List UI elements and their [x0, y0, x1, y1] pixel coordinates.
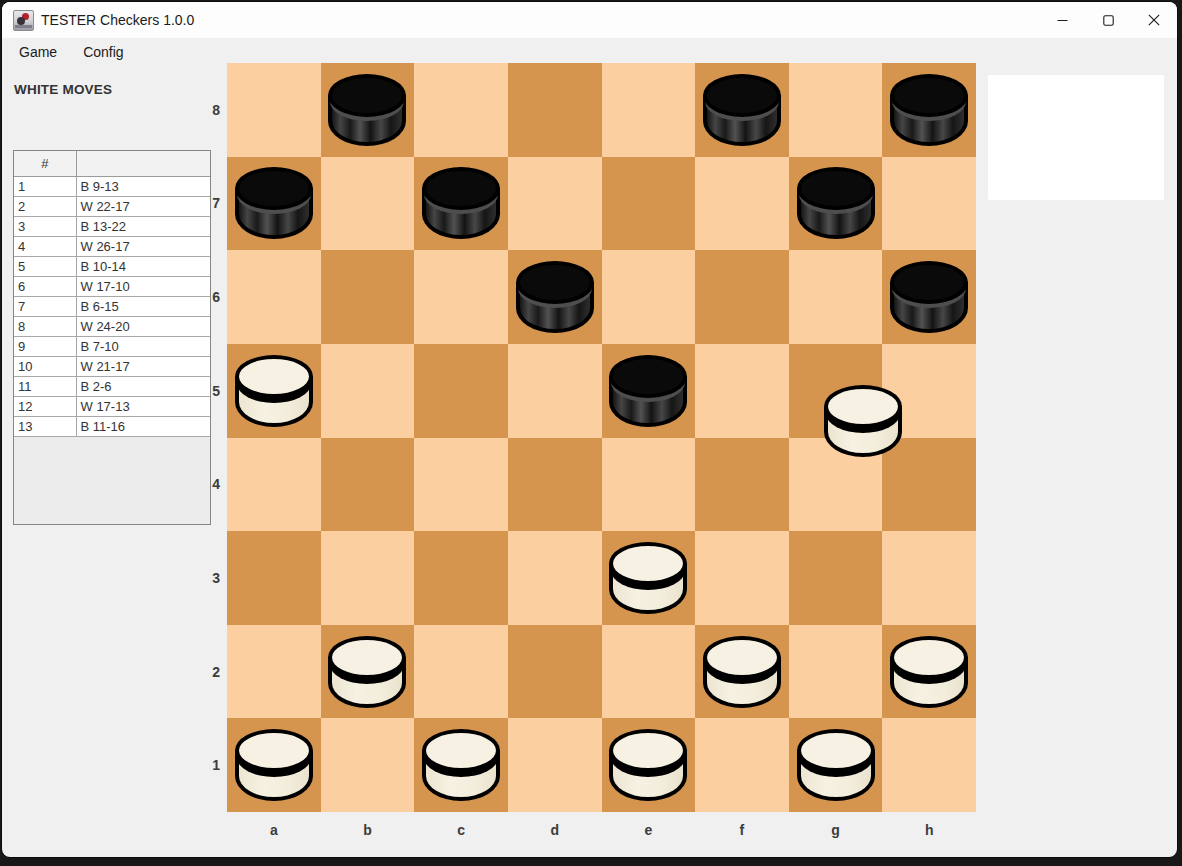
square-f3[interactable] [695, 531, 789, 625]
black-checker-d6[interactable] [516, 261, 594, 333]
menu-item-config[interactable]: Config [70, 41, 136, 63]
move-number-cell: 9 [14, 337, 76, 357]
square-g2[interactable] [789, 625, 883, 719]
move-text-header [76, 151, 210, 177]
close-button[interactable] [1131, 2, 1177, 38]
square-e7[interactable] [602, 157, 696, 251]
square-g6[interactable] [789, 250, 883, 344]
white-checker-e1[interactable] [609, 729, 687, 801]
black-checker-e5[interactable] [609, 355, 687, 427]
square-g8[interactable] [789, 63, 883, 157]
square-g5[interactable] [789, 344, 883, 438]
checkers-board [227, 63, 976, 812]
square-h8[interactable] [882, 63, 976, 157]
rank-label-3: 3 [198, 531, 222, 625]
checker-top [797, 729, 875, 772]
file-label-h: h [882, 814, 976, 846]
move-number-cell: 10 [14, 357, 76, 377]
white-checker-g5[interactable] [824, 385, 902, 457]
square-d2[interactable] [508, 625, 602, 719]
file-label-b: b [321, 814, 415, 846]
move-number-cell: 6 [14, 277, 76, 297]
square-g7[interactable] [789, 157, 883, 251]
square-g1[interactable] [789, 718, 883, 812]
black-checker-f8[interactable] [703, 74, 781, 146]
checker-top [328, 636, 406, 679]
checker-top [797, 167, 875, 210]
move-number-cell: 5 [14, 257, 76, 277]
move-text-cell: W 24-20 [76, 317, 210, 337]
square-e6[interactable] [602, 250, 696, 344]
checker-top [890, 261, 968, 304]
square-b5[interactable] [321, 344, 415, 438]
square-h6[interactable] [882, 250, 976, 344]
move-text-cell: B 13-22 [76, 217, 210, 237]
move-row[interactable]: 4W 26-17 [14, 237, 210, 257]
move-row[interactable]: 3B 13-22 [14, 217, 210, 237]
move-table-body: 1B 9-132W 22-173B 13-224W 26-175B 10-146… [14, 177, 210, 437]
square-b8[interactable] [321, 63, 415, 157]
square-c7[interactable] [414, 157, 508, 251]
square-c6[interactable] [414, 250, 508, 344]
square-a6[interactable] [227, 250, 321, 344]
side-panel [988, 75, 1164, 200]
square-b6[interactable] [321, 250, 415, 344]
move-text-cell: B 9-13 [76, 177, 210, 197]
black-checker-b8[interactable] [328, 74, 406, 146]
checker-top [235, 729, 313, 772]
white-checker-g1[interactable] [797, 729, 875, 801]
square-f5[interactable] [695, 344, 789, 438]
square-d8[interactable] [508, 63, 602, 157]
white-checker-a5[interactable] [235, 355, 313, 427]
black-checker-c7[interactable] [422, 167, 500, 239]
white-checker-b2[interactable] [328, 636, 406, 708]
rank-label-8: 8 [198, 63, 222, 157]
file-label-f: f [695, 814, 789, 846]
window-controls [1039, 2, 1177, 38]
checker-top [824, 385, 902, 428]
checker-top [703, 74, 781, 117]
square-b7[interactable] [321, 157, 415, 251]
move-text-cell: B 2-6 [76, 377, 210, 397]
square-a3[interactable] [227, 531, 321, 625]
square-a2[interactable] [227, 625, 321, 719]
move-row[interactable]: 5B 10-14 [14, 257, 210, 277]
move-row[interactable]: 10W 21-17 [14, 357, 210, 377]
square-d3[interactable] [508, 531, 602, 625]
square-g3[interactable] [789, 531, 883, 625]
black-checker-a7[interactable] [235, 167, 313, 239]
white-checker-f2[interactable] [703, 636, 781, 708]
black-checker-g7[interactable] [797, 167, 875, 239]
move-text-cell: W 22-17 [76, 197, 210, 217]
move-number-cell: 1 [14, 177, 76, 197]
rank-label-1: 1 [198, 718, 222, 812]
checker-top [422, 167, 500, 210]
move-row[interactable]: 11B 2-6 [14, 377, 210, 397]
square-f1[interactable] [695, 718, 789, 812]
checker-top [235, 167, 313, 210]
square-f7[interactable] [695, 157, 789, 251]
file-label-g: g [789, 814, 883, 846]
move-row[interactable]: 2W 22-17 [14, 197, 210, 217]
square-b1[interactable] [321, 718, 415, 812]
white-checker-e3[interactable] [609, 542, 687, 614]
menu-bar: GameConfig [2, 38, 1177, 65]
white-checker-h2[interactable] [890, 636, 968, 708]
square-h1[interactable] [882, 718, 976, 812]
move-text-cell: W 17-10 [76, 277, 210, 297]
move-text-cell: B 11-16 [76, 417, 210, 437]
move-table: # 1B 9-132W 22-173B 13-224W 26-175B 10-1… [14, 151, 210, 437]
checker-top [422, 729, 500, 772]
square-f2[interactable] [695, 625, 789, 719]
square-c8[interactable] [414, 63, 508, 157]
square-f4[interactable] [695, 438, 789, 532]
move-row[interactable]: 6W 17-10 [14, 277, 210, 297]
square-d1[interactable] [508, 718, 602, 812]
checker-top [235, 355, 313, 398]
move-text-cell: W 17-13 [76, 397, 210, 417]
square-a8[interactable] [227, 63, 321, 157]
move-row[interactable]: 1B 9-13 [14, 177, 210, 197]
black-checker-h6[interactable] [890, 261, 968, 333]
checkers-app-icon [13, 10, 34, 31]
square-a4[interactable] [227, 438, 321, 532]
checker-top [609, 355, 687, 398]
move-number-header: # [14, 151, 76, 177]
white-checker-c1[interactable] [422, 729, 500, 801]
move-text-cell: W 26-17 [76, 237, 210, 257]
rank-label-6: 6 [198, 250, 222, 344]
move-number-cell: 12 [14, 397, 76, 417]
move-list[interactable]: # 1B 9-132W 22-173B 13-224W 26-175B 10-1… [13, 150, 211, 525]
rank-labels: 87654321 [198, 63, 222, 812]
move-row[interactable]: 7B 6-15 [14, 297, 210, 317]
square-b2[interactable] [321, 625, 415, 719]
square-h3[interactable] [882, 531, 976, 625]
move-text-cell: B 10-14 [76, 257, 210, 277]
square-e8[interactable] [602, 63, 696, 157]
move-row[interactable]: 8W 24-20 [14, 317, 210, 337]
square-c2[interactable] [414, 625, 508, 719]
square-c5[interactable] [414, 344, 508, 438]
move-row[interactable]: 13B 11-16 [14, 417, 210, 437]
square-d4[interactable] [508, 438, 602, 532]
square-d5[interactable] [508, 344, 602, 438]
square-h2[interactable] [882, 625, 976, 719]
square-f8[interactable] [695, 63, 789, 157]
black-checker-h8[interactable] [890, 74, 968, 146]
rank-label-7: 7 [198, 157, 222, 251]
file-labels: abcdefgh [227, 814, 976, 846]
square-e2[interactable] [602, 625, 696, 719]
move-text-cell: W 21-17 [76, 357, 210, 377]
move-number-cell: 4 [14, 237, 76, 257]
square-c4[interactable] [414, 438, 508, 532]
checker-top [703, 636, 781, 679]
rank-label-5: 5 [198, 344, 222, 438]
move-text-cell: B 7-10 [76, 337, 210, 357]
move-number-cell: 13 [14, 417, 76, 437]
move-row[interactable]: 12W 17-13 [14, 397, 210, 417]
file-label-e: e [602, 814, 696, 846]
square-d6[interactable] [508, 250, 602, 344]
square-e4[interactable] [602, 438, 696, 532]
move-number-cell: 11 [14, 377, 76, 397]
square-a1[interactable] [227, 718, 321, 812]
square-c3[interactable] [414, 531, 508, 625]
square-b4[interactable] [321, 438, 415, 532]
checker-top [890, 74, 968, 117]
checker-top [609, 542, 687, 585]
file-label-c: c [414, 814, 508, 846]
square-h7[interactable] [882, 157, 976, 251]
move-row[interactable]: 9B 7-10 [14, 337, 210, 357]
file-label-a: a [227, 814, 321, 846]
app-window: TESTER Checkers 1.0.0 GameConfig WHITE M… [2, 2, 1177, 857]
square-d7[interactable] [508, 157, 602, 251]
square-b3[interactable] [321, 531, 415, 625]
square-e3[interactable] [602, 531, 696, 625]
white-checker-a1[interactable] [235, 729, 313, 801]
square-c1[interactable] [414, 718, 508, 812]
rank-label-4: 4 [198, 438, 222, 532]
checker-top [890, 636, 968, 679]
checker-top [328, 74, 406, 117]
checker-top [609, 729, 687, 772]
square-f6[interactable] [695, 250, 789, 344]
checker-top [516, 261, 594, 304]
move-number-cell: 3 [14, 217, 76, 237]
square-e5[interactable] [602, 344, 696, 438]
move-table-header: # [14, 151, 210, 177]
rank-label-2: 2 [198, 625, 222, 719]
move-number-cell: 2 [14, 197, 76, 217]
square-a7[interactable] [227, 157, 321, 251]
move-text-cell: B 6-15 [76, 297, 210, 317]
minimize-button[interactable] [1039, 2, 1085, 38]
move-number-cell: 7 [14, 297, 76, 317]
square-e1[interactable] [602, 718, 696, 812]
square-a5[interactable] [227, 344, 321, 438]
turn-status-label: WHITE MOVES [14, 82, 112, 97]
move-number-cell: 8 [14, 317, 76, 337]
menu-item-game[interactable]: Game [6, 41, 70, 63]
maximize-button[interactable] [1085, 2, 1131, 38]
title-bar: TESTER Checkers 1.0.0 [2, 2, 1177, 38]
file-label-d: d [508, 814, 602, 846]
window-title: TESTER Checkers 1.0.0 [41, 12, 194, 28]
